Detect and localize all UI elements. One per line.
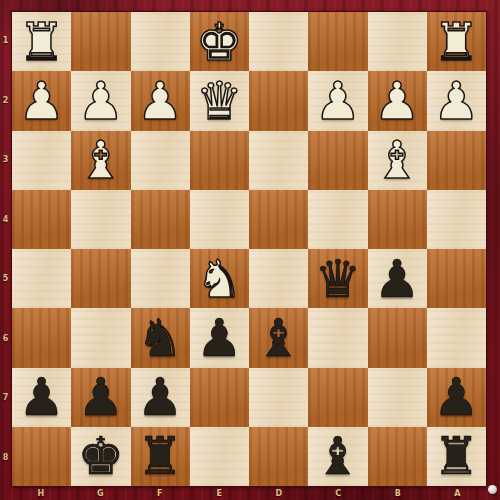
rank-label-7: 7 bbox=[0, 368, 11, 428]
file-label-g: G bbox=[71, 487, 131, 500]
square-h4[interactable] bbox=[12, 190, 71, 249]
square-a1[interactable]: ♜ bbox=[427, 12, 486, 71]
square-f2[interactable]: ♟ bbox=[131, 71, 190, 130]
square-a3[interactable] bbox=[427, 131, 486, 190]
rank-label-1: 1 bbox=[0, 11, 11, 71]
rank-label-3: 3 bbox=[0, 130, 11, 190]
chess-board-frame: 12345678 ♜♚♜♟♟♟♛♟♟♟♝♝♞♛♟♞♟♝♟♟♟♟♚♜♝♜ HGFE… bbox=[0, 0, 500, 500]
square-f3[interactable] bbox=[131, 131, 190, 190]
square-a5[interactable] bbox=[427, 249, 486, 308]
square-b7[interactable] bbox=[368, 368, 427, 427]
square-e6[interactable]: ♟ bbox=[190, 308, 249, 367]
piece-black-king[interactable]: ♚ bbox=[71, 427, 130, 486]
square-a8[interactable]: ♜ bbox=[427, 427, 486, 486]
square-e1[interactable]: ♚ bbox=[190, 12, 249, 71]
square-a7[interactable]: ♟ bbox=[427, 368, 486, 427]
piece-white-rook[interactable]: ♜ bbox=[427, 12, 486, 71]
square-c2[interactable]: ♟ bbox=[308, 71, 367, 130]
piece-white-bishop[interactable]: ♝ bbox=[368, 131, 427, 190]
piece-white-king[interactable]: ♚ bbox=[190, 12, 249, 71]
square-h5[interactable] bbox=[12, 249, 71, 308]
square-e5[interactable]: ♞ bbox=[190, 249, 249, 308]
file-label-a: A bbox=[428, 487, 488, 500]
square-g3[interactable]: ♝ bbox=[71, 131, 130, 190]
square-f7[interactable]: ♟ bbox=[131, 368, 190, 427]
square-b5[interactable]: ♟ bbox=[368, 249, 427, 308]
square-g5[interactable] bbox=[71, 249, 130, 308]
square-a6[interactable] bbox=[427, 308, 486, 367]
piece-white-queen[interactable]: ♛ bbox=[190, 71, 249, 130]
square-g7[interactable]: ♟ bbox=[71, 368, 130, 427]
square-e4[interactable] bbox=[190, 190, 249, 249]
piece-white-rook[interactable]: ♜ bbox=[12, 12, 71, 71]
square-e2[interactable]: ♛ bbox=[190, 71, 249, 130]
rank-label-4: 4 bbox=[0, 190, 11, 250]
file-label-e: E bbox=[190, 487, 250, 500]
square-c5[interactable]: ♛ bbox=[308, 249, 367, 308]
piece-white-pawn[interactable]: ♟ bbox=[71, 71, 130, 130]
piece-white-pawn[interactable]: ♟ bbox=[131, 71, 190, 130]
piece-black-bishop[interactable]: ♝ bbox=[249, 308, 308, 367]
square-d4[interactable] bbox=[249, 190, 308, 249]
square-a4[interactable] bbox=[427, 190, 486, 249]
square-b3[interactable]: ♝ bbox=[368, 131, 427, 190]
square-c1[interactable] bbox=[308, 12, 367, 71]
piece-black-queen[interactable]: ♛ bbox=[308, 249, 367, 308]
square-d2[interactable] bbox=[249, 71, 308, 130]
square-b4[interactable] bbox=[368, 190, 427, 249]
piece-white-pawn[interactable]: ♟ bbox=[308, 71, 367, 130]
piece-white-pawn[interactable]: ♟ bbox=[427, 71, 486, 130]
file-label-c: C bbox=[309, 487, 369, 500]
piece-black-pawn[interactable]: ♟ bbox=[12, 368, 71, 427]
piece-white-knight[interactable]: ♞ bbox=[190, 249, 249, 308]
square-d6[interactable]: ♝ bbox=[249, 308, 308, 367]
square-d7[interactable] bbox=[249, 368, 308, 427]
piece-black-rook[interactable]: ♜ bbox=[427, 427, 486, 486]
file-label-f: F bbox=[130, 487, 190, 500]
square-f8[interactable]: ♜ bbox=[131, 427, 190, 486]
square-h7[interactable]: ♟ bbox=[12, 368, 71, 427]
rank-label-6: 6 bbox=[0, 309, 11, 369]
piece-black-pawn[interactable]: ♟ bbox=[131, 368, 190, 427]
file-label-h: H bbox=[11, 487, 71, 500]
square-b6[interactable] bbox=[368, 308, 427, 367]
piece-black-pawn[interactable]: ♟ bbox=[368, 249, 427, 308]
file-label-b: B bbox=[368, 487, 428, 500]
square-f4[interactable] bbox=[131, 190, 190, 249]
piece-black-bishop[interactable]: ♝ bbox=[308, 427, 367, 486]
square-h3[interactable] bbox=[12, 131, 71, 190]
file-label-d: D bbox=[249, 487, 309, 500]
square-e8[interactable] bbox=[190, 427, 249, 486]
square-g6[interactable] bbox=[71, 308, 130, 367]
square-d1[interactable] bbox=[249, 12, 308, 71]
piece-black-pawn[interactable]: ♟ bbox=[190, 308, 249, 367]
rank-label-5: 5 bbox=[0, 249, 11, 309]
square-c4[interactable] bbox=[308, 190, 367, 249]
square-g4[interactable] bbox=[71, 190, 130, 249]
chess-board: ♜♚♜♟♟♟♛♟♟♟♝♝♞♛♟♞♟♝♟♟♟♟♚♜♝♜ bbox=[11, 11, 487, 487]
square-h8[interactable] bbox=[12, 427, 71, 486]
square-g2[interactable]: ♟ bbox=[71, 71, 130, 130]
file-labels: HGFEDCBA bbox=[11, 487, 487, 500]
square-c7[interactable] bbox=[308, 368, 367, 427]
square-d3[interactable] bbox=[249, 131, 308, 190]
square-b8[interactable] bbox=[368, 427, 427, 486]
square-c3[interactable] bbox=[308, 131, 367, 190]
square-g8[interactable]: ♚ bbox=[71, 427, 130, 486]
square-a2[interactable]: ♟ bbox=[427, 71, 486, 130]
square-c6[interactable] bbox=[308, 308, 367, 367]
square-d5[interactable] bbox=[249, 249, 308, 308]
rank-labels: 12345678 bbox=[0, 11, 11, 487]
square-e3[interactable] bbox=[190, 131, 249, 190]
square-f6[interactable]: ♞ bbox=[131, 308, 190, 367]
square-h2[interactable]: ♟ bbox=[12, 71, 71, 130]
square-d8[interactable] bbox=[249, 427, 308, 486]
square-h6[interactable] bbox=[12, 308, 71, 367]
piece-white-bishop[interactable]: ♝ bbox=[71, 131, 130, 190]
square-e7[interactable] bbox=[190, 368, 249, 427]
piece-black-pawn[interactable]: ♟ bbox=[427, 368, 486, 427]
piece-white-pawn[interactable]: ♟ bbox=[368, 71, 427, 130]
piece-black-rook[interactable]: ♜ bbox=[131, 427, 190, 486]
square-c8[interactable]: ♝ bbox=[308, 427, 367, 486]
square-f1[interactable] bbox=[131, 12, 190, 71]
piece-black-knight[interactable]: ♞ bbox=[131, 308, 190, 367]
square-h1[interactable]: ♜ bbox=[12, 12, 71, 71]
white-to-move-indicator bbox=[488, 485, 497, 494]
square-b2[interactable]: ♟ bbox=[368, 71, 427, 130]
square-g1[interactable] bbox=[71, 12, 130, 71]
piece-black-pawn[interactable]: ♟ bbox=[71, 368, 130, 427]
square-f5[interactable] bbox=[131, 249, 190, 308]
rank-label-2: 2 bbox=[0, 71, 11, 131]
piece-white-pawn[interactable]: ♟ bbox=[12, 71, 71, 130]
rank-label-8: 8 bbox=[0, 428, 11, 488]
square-b1[interactable] bbox=[368, 12, 427, 71]
